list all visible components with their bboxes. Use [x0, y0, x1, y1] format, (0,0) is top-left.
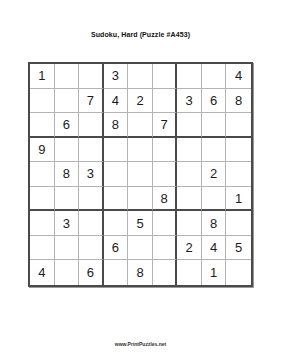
cell-r1c4[interactable]: 3	[104, 64, 129, 89]
cell-r5c4[interactable]	[104, 162, 129, 187]
cell-r6c2[interactable]	[55, 187, 80, 212]
sudoku-grid: 13474236868798328135862454681	[28, 62, 253, 287]
cell-r8c2[interactable]	[55, 236, 80, 261]
footer-url: www.PrintPuzzles.net	[0, 341, 281, 347]
cell-r5c7[interactable]	[177, 162, 202, 187]
cell-r5c9[interactable]	[226, 162, 251, 187]
cell-r5c6[interactable]	[153, 162, 178, 187]
cell-r5c5[interactable]	[128, 162, 153, 187]
cell-r8c3[interactable]	[79, 236, 104, 261]
cell-r3c7[interactable]	[177, 113, 202, 138]
cell-r7c6[interactable]	[153, 211, 178, 236]
cell-r8c1[interactable]	[30, 236, 55, 261]
cell-r3c4[interactable]: 8	[104, 113, 129, 138]
cell-r1c7[interactable]	[177, 64, 202, 89]
cell-r6c3[interactable]	[79, 187, 104, 212]
cell-r1c1[interactable]: 1	[30, 64, 55, 89]
cell-r9c4[interactable]	[104, 260, 129, 285]
cell-r4c6[interactable]	[153, 138, 178, 163]
cell-r9c7[interactable]	[177, 260, 202, 285]
cell-r8c4[interactable]: 6	[104, 236, 129, 261]
cell-r3c2[interactable]: 6	[55, 113, 80, 138]
cell-r8c5[interactable]	[128, 236, 153, 261]
page-title: Sudoku, Hard (Puzzle #A453)	[0, 31, 281, 38]
cell-r7c8[interactable]: 8	[202, 211, 227, 236]
cell-r9c3[interactable]: 6	[79, 260, 104, 285]
cell-r4c7[interactable]	[177, 138, 202, 163]
cell-r1c3[interactable]	[79, 64, 104, 89]
cell-r6c4[interactable]	[104, 187, 129, 212]
cell-r5c2[interactable]: 8	[55, 162, 80, 187]
cell-r9c6[interactable]	[153, 260, 178, 285]
cell-r7c4[interactable]	[104, 211, 129, 236]
cell-r6c5[interactable]	[128, 187, 153, 212]
cell-r7c1[interactable]	[30, 211, 55, 236]
cell-r7c5[interactable]: 5	[128, 211, 153, 236]
cell-r9c2[interactable]	[55, 260, 80, 285]
cell-r3c9[interactable]	[226, 113, 251, 138]
cell-r2c7[interactable]: 3	[177, 89, 202, 114]
cell-r9c5[interactable]: 8	[128, 260, 153, 285]
cell-r1c8[interactable]	[202, 64, 227, 89]
cell-r1c2[interactable]	[55, 64, 80, 89]
cell-r1c5[interactable]	[128, 64, 153, 89]
cell-r2c1[interactable]	[30, 89, 55, 114]
cell-r5c8[interactable]: 2	[202, 162, 227, 187]
cell-r2c3[interactable]: 7	[79, 89, 104, 114]
cell-r5c3[interactable]: 3	[79, 162, 104, 187]
cell-r3c8[interactable]	[202, 113, 227, 138]
cell-r4c1[interactable]: 9	[30, 138, 55, 163]
cell-r4c9[interactable]	[226, 138, 251, 163]
cell-r6c6[interactable]: 8	[153, 187, 178, 212]
cell-r4c5[interactable]	[128, 138, 153, 163]
cell-r7c2[interactable]: 3	[55, 211, 80, 236]
cell-r2c9[interactable]: 8	[226, 89, 251, 114]
cell-r1c9[interactable]: 4	[226, 64, 251, 89]
cell-r7c7[interactable]	[177, 211, 202, 236]
cell-r2c2[interactable]	[55, 89, 80, 114]
cell-r5c1[interactable]	[30, 162, 55, 187]
cell-r3c5[interactable]	[128, 113, 153, 138]
cell-r8c6[interactable]	[153, 236, 178, 261]
cell-r6c1[interactable]	[30, 187, 55, 212]
cell-r9c8[interactable]: 1	[202, 260, 227, 285]
cell-r4c8[interactable]	[202, 138, 227, 163]
cell-r2c5[interactable]: 2	[128, 89, 153, 114]
cell-r2c6[interactable]	[153, 89, 178, 114]
cell-r9c1[interactable]: 4	[30, 260, 55, 285]
cell-r8c8[interactable]: 4	[202, 236, 227, 261]
cell-r3c6[interactable]: 7	[153, 113, 178, 138]
cell-r1c6[interactable]	[153, 64, 178, 89]
cell-r4c2[interactable]	[55, 138, 80, 163]
cell-r6c9[interactable]: 1	[226, 187, 251, 212]
cell-r3c3[interactable]	[79, 113, 104, 138]
cell-r9c9[interactable]	[226, 260, 251, 285]
cell-r6c8[interactable]	[202, 187, 227, 212]
cell-r7c3[interactable]	[79, 211, 104, 236]
cell-r2c8[interactable]: 6	[202, 89, 227, 114]
cell-r4c3[interactable]	[79, 138, 104, 163]
cell-r3c1[interactable]	[30, 113, 55, 138]
cell-r4c4[interactable]	[104, 138, 129, 163]
cell-r2c4[interactable]: 4	[104, 89, 129, 114]
cell-r7c9[interactable]	[226, 211, 251, 236]
cell-r6c7[interactable]	[177, 187, 202, 212]
cell-r8c7[interactable]: 2	[177, 236, 202, 261]
cell-r8c9[interactable]: 5	[226, 236, 251, 261]
